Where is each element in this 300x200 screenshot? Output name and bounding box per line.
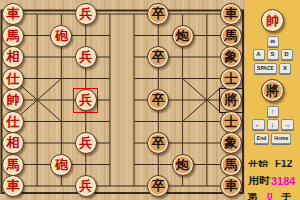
move-suffix: 手 <box>282 193 292 200</box>
piece-red-2-7[interactable]: 砲 <box>50 154 72 176</box>
control-panel: 帥 w A S D SPACE X 將 ↑ ← ↓ → End Home 开始 … <box>245 0 300 200</box>
black-general-icon: 將 <box>261 79 284 102</box>
black-key-up-row: ↑ <box>267 106 279 117</box>
piece-red-3-8[interactable]: 兵 <box>75 175 97 197</box>
piece-black-9-6[interactable]: 象 <box>220 132 242 154</box>
key-home: Home <box>271 133 291 144</box>
piece-black-9-3[interactable]: 士 <box>220 68 242 90</box>
key-d: D <box>281 49 293 60</box>
xiangqi-board[interactable]: 車馬相仕帥仕相馬車砲砲兵兵兵兵兵卒卒卒卒卒炮炮車馬象士將士象馬車 <box>0 0 245 200</box>
red-key-up-row: w <box>267 36 279 47</box>
board-grid <box>0 0 245 200</box>
move-counter-row: 第 0 手 <box>245 193 300 200</box>
red-general-icon: 帥 <box>261 9 284 32</box>
red-key-space-row: SPACE X <box>254 63 291 74</box>
piece-black-9-2[interactable]: 象 <box>220 46 242 68</box>
key-w: w <box>267 36 279 47</box>
piece-red-2-1[interactable]: 砲 <box>50 25 72 47</box>
key-space: SPACE <box>254 63 277 74</box>
piece-red-0-1[interactable]: 馬 <box>2 25 24 47</box>
piece-red-3-6[interactable]: 兵 <box>75 132 97 154</box>
black-key-arrows-row: ← ↓ → <box>252 119 294 130</box>
start-key-label: F12 <box>275 160 292 167</box>
key-arrow-down: ↓ <box>267 119 279 130</box>
key-a: A <box>253 49 265 60</box>
red-key-asd-row: A S D <box>253 49 293 60</box>
piece-black-9-5[interactable]: 士 <box>220 111 242 133</box>
piece-red-3-0[interactable]: 兵 <box>75 3 97 25</box>
piece-red-0-5[interactable]: 仕 <box>2 111 24 133</box>
key-arrow-left: ← <box>252 119 265 130</box>
piece-black-7-7[interactable]: 炮 <box>172 154 194 176</box>
piece-black-9-8[interactable]: 車 <box>220 175 242 197</box>
start-row: 开始 F12 <box>245 160 300 167</box>
piece-red-0-4[interactable]: 帥 <box>2 89 24 111</box>
piece-black-9-0[interactable]: 車 <box>220 3 242 25</box>
piece-black-9-7[interactable]: 馬 <box>220 154 242 176</box>
black-key-endhome-row: End Home <box>254 133 291 144</box>
piece-red-0-3[interactable]: 仕 <box>2 68 24 90</box>
key-s: S <box>267 49 279 60</box>
time-label: 用时 <box>248 176 270 184</box>
move-number: 0 <box>267 193 273 200</box>
start-label: 开始 <box>248 160 268 167</box>
key-x: X <box>279 63 291 74</box>
key-arrow-right: → <box>281 119 294 130</box>
piece-red-3-2[interactable]: 兵 <box>75 46 97 68</box>
piece-black-7-1[interactable]: 炮 <box>172 25 194 47</box>
piece-red-0-7[interactable]: 馬 <box>2 154 24 176</box>
piece-red-0-8[interactable]: 車 <box>2 175 24 197</box>
key-arrow-up: ↑ <box>267 106 279 117</box>
piece-red-0-6[interactable]: 相 <box>2 132 24 154</box>
piece-red-3-4[interactable]: 兵 <box>75 89 97 111</box>
piece-black-9-1[interactable]: 馬 <box>220 25 242 47</box>
piece-red-0-2[interactable]: 相 <box>2 46 24 68</box>
key-end: End <box>254 133 269 144</box>
move-prefix: 第 <box>248 193 258 200</box>
piece-red-0-0[interactable]: 車 <box>2 3 24 25</box>
piece-black-9-4[interactable]: 將 <box>220 89 242 111</box>
time-row: 用时 3184 <box>245 176 300 184</box>
time-value: 3184 <box>271 176 295 184</box>
xiangqi-game-window: 車馬相仕帥仕相馬車砲砲兵兵兵兵兵卒卒卒卒卒炮炮車馬象士將士象馬車 帥 w A S… <box>0 0 300 200</box>
